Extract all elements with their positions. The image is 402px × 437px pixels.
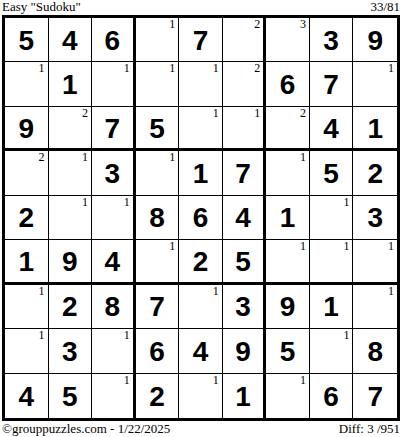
given-digit: 3 xyxy=(323,27,339,55)
sudoku-board: 5461723391111126719275112412131171522118… xyxy=(2,15,400,421)
given-digit: 1 xyxy=(367,115,383,143)
given-digit: 3 xyxy=(105,160,121,188)
pencil-mark: 1 xyxy=(169,62,175,75)
cell-r8c9[interactable]: 8 xyxy=(353,329,397,373)
cell-r4c3[interactable]: 3 xyxy=(92,151,136,195)
puzzle-title: Easy "Sudoku" xyxy=(2,0,81,14)
given-digit: 5 xyxy=(235,248,251,276)
cell-r7c3[interactable]: 8 xyxy=(92,285,136,329)
given-digit: 4 xyxy=(105,248,121,276)
pencil-mark: 2 xyxy=(82,107,88,120)
cell-r3c9[interactable]: 1 xyxy=(353,107,397,151)
pencil-mark: 1 xyxy=(343,240,349,253)
pencil-mark: 1 xyxy=(82,151,88,164)
cell-r9c4[interactable]: 2 xyxy=(136,374,180,418)
pencil-mark: 1 xyxy=(124,374,130,387)
cell-r5c6[interactable]: 4 xyxy=(223,196,267,240)
pencil-mark: 1 xyxy=(39,62,45,75)
cell-r3c8[interactable]: 4 xyxy=(310,107,354,151)
given-digit: 2 xyxy=(193,248,209,276)
cell-r2c3[interactable]: 1 xyxy=(92,62,136,106)
cell-r4c9[interactable]: 2 xyxy=(353,151,397,195)
given-digit: 7 xyxy=(105,115,121,143)
cell-r1c3[interactable]: 6 xyxy=(92,18,136,62)
cell-r8c7[interactable]: 5 xyxy=(266,329,310,373)
given-digit: 6 xyxy=(323,383,339,411)
cell-r6c9[interactable]: 1 xyxy=(353,240,397,284)
cell-r4c7[interactable]: 1 xyxy=(266,151,310,195)
cell-r3c5[interactable]: 1 xyxy=(179,107,223,151)
given-digit: 5 xyxy=(323,160,339,188)
given-digit: 4 xyxy=(323,115,339,143)
pencil-mark: 1 xyxy=(169,151,175,164)
pencil-mark: 1 xyxy=(82,196,88,209)
cell-r9c5[interactable]: 1 xyxy=(179,374,223,418)
cell-r2c8[interactable]: 7 xyxy=(310,62,354,106)
cell-r6c1[interactable]: 1 xyxy=(5,240,49,284)
given-digit: 3 xyxy=(62,338,78,366)
cell-r4c6[interactable]: 7 xyxy=(223,151,267,195)
cell-r4c8[interactable]: 5 xyxy=(310,151,354,195)
given-digit: 1 xyxy=(323,293,339,321)
cell-r1c7[interactable]: 3 xyxy=(266,18,310,62)
cell-r6c2[interactable]: 9 xyxy=(49,240,93,284)
cell-r8c4[interactable]: 6 xyxy=(136,329,180,373)
pencil-mark: 1 xyxy=(300,240,306,253)
pencil-mark: 1 xyxy=(124,329,130,342)
cell-r6c3[interactable]: 4 xyxy=(92,240,136,284)
given-digit: 1 xyxy=(280,204,296,232)
cell-r2c2[interactable]: 1 xyxy=(49,62,93,106)
cell-r3c6[interactable]: 1 xyxy=(223,107,267,151)
cell-r7c6[interactable]: 3 xyxy=(223,285,267,329)
cell-r2c5[interactable]: 1 xyxy=(179,62,223,106)
cell-r2c9[interactable]: 1 xyxy=(353,62,397,106)
cell-r1c1[interactable]: 5 xyxy=(5,18,49,62)
cell-r2c7[interactable]: 6 xyxy=(266,62,310,106)
pencil-mark: 3 xyxy=(300,18,306,31)
cell-r3c7[interactable]: 2 xyxy=(266,107,310,151)
cell-r6c8[interactable]: 1 xyxy=(310,240,354,284)
given-digit: 1 xyxy=(62,71,78,99)
given-digit: 9 xyxy=(62,248,78,276)
cell-r8c2[interactable]: 3 xyxy=(49,329,93,373)
given-digit: 1 xyxy=(18,248,34,276)
pencil-mark: 1 xyxy=(124,196,130,209)
given-digit: 7 xyxy=(323,71,339,99)
sudoku-page: Easy "Sudoku" 33/81 54617233911111267192… xyxy=(0,0,402,437)
pencil-mark: 1 xyxy=(169,18,175,31)
cell-r4c5[interactable]: 1 xyxy=(179,151,223,195)
given-digit: 1 xyxy=(235,383,251,411)
difficulty-text: Diff: 3 /951 xyxy=(339,421,400,436)
cell-r9c6[interactable]: 1 xyxy=(223,374,267,418)
given-digit: 4 xyxy=(235,204,251,232)
given-digit: 6 xyxy=(193,204,209,232)
pencil-mark: 1 xyxy=(213,107,219,120)
given-digit: 2 xyxy=(367,160,383,188)
given-digit: 2 xyxy=(18,204,34,232)
given-digit: 4 xyxy=(62,27,78,55)
given-digit: 5 xyxy=(18,27,34,55)
cell-r7c5[interactable]: 1 xyxy=(179,285,223,329)
cell-r9c1[interactable]: 4 xyxy=(5,374,49,418)
pencil-mark: 2 xyxy=(254,62,260,75)
given-digit: 4 xyxy=(18,383,34,411)
cell-r9c7[interactable]: 1 xyxy=(266,374,310,418)
cell-r1c4[interactable]: 1 xyxy=(136,18,180,62)
cell-r3c2[interactable]: 2 xyxy=(49,107,93,151)
pencil-mark: 1 xyxy=(343,196,349,209)
pencil-mark: 1 xyxy=(39,329,45,342)
given-digit: 7 xyxy=(367,383,383,411)
given-digit: 9 xyxy=(367,27,383,55)
given-digit: 8 xyxy=(105,293,121,321)
pencil-mark: 2 xyxy=(300,107,306,120)
cell-r4c4[interactable]: 1 xyxy=(136,151,180,195)
cell-r1c6[interactable]: 2 xyxy=(223,18,267,62)
pencil-mark: 1 xyxy=(388,240,394,253)
cell-r5c1[interactable]: 2 xyxy=(5,196,49,240)
given-digit: 6 xyxy=(280,71,296,99)
given-digit: 3 xyxy=(367,204,383,232)
given-digit: 5 xyxy=(149,115,165,143)
cell-r9c9[interactable]: 7 xyxy=(353,374,397,418)
given-digit: 2 xyxy=(149,383,165,411)
given-digit: 9 xyxy=(280,293,296,321)
given-digit: 7 xyxy=(149,293,165,321)
pencil-mark: 1 xyxy=(388,62,394,75)
pencil-mark: 1 xyxy=(300,374,306,387)
footer-bar: ©grouppuzzles.com - 1/22/2025 Diff: 3 /9… xyxy=(0,421,402,437)
cell-r5c7[interactable]: 1 xyxy=(266,196,310,240)
pencil-mark: 1 xyxy=(388,285,394,298)
cell-r4c1[interactable]: 2 xyxy=(5,151,49,195)
given-digit: 4 xyxy=(193,338,209,366)
cell-r9c3[interactable]: 1 xyxy=(92,374,136,418)
cell-r5c5[interactable]: 6 xyxy=(179,196,223,240)
cell-r6c5[interactable]: 2 xyxy=(179,240,223,284)
cell-r2c4[interactable]: 1 xyxy=(136,62,180,106)
cell-r3c1[interactable]: 9 xyxy=(5,107,49,151)
cell-r8c3[interactable]: 1 xyxy=(92,329,136,373)
cell-r7c7[interactable]: 9 xyxy=(266,285,310,329)
cell-r3c4[interactable]: 5 xyxy=(136,107,180,151)
cell-r4c2[interactable]: 1 xyxy=(49,151,93,195)
cell-r3c3[interactable]: 7 xyxy=(92,107,136,151)
cell-r1c2[interactable]: 4 xyxy=(49,18,93,62)
given-digit: 7 xyxy=(235,160,251,188)
given-digit: 5 xyxy=(62,383,78,411)
cell-r7c8[interactable]: 1 xyxy=(310,285,354,329)
cell-r6c4[interactable]: 1 xyxy=(136,240,180,284)
cell-r6c7[interactable]: 1 xyxy=(266,240,310,284)
cell-r5c9[interactable]: 3 xyxy=(353,196,397,240)
cell-r5c2[interactable]: 1 xyxy=(49,196,93,240)
cell-r9c8[interactable]: 6 xyxy=(310,374,354,418)
cell-r2c1[interactable]: 1 xyxy=(5,62,49,106)
header-bar: Easy "Sudoku" 33/81 xyxy=(0,0,402,15)
pencil-mark: 2 xyxy=(254,18,260,31)
pencil-mark: 1 xyxy=(39,285,45,298)
given-digit: 6 xyxy=(105,27,121,55)
cell-r5c3[interactable]: 1 xyxy=(92,196,136,240)
cell-r7c4[interactable]: 7 xyxy=(136,285,180,329)
cell-r5c4[interactable]: 8 xyxy=(136,196,180,240)
cell-r9c2[interactable]: 5 xyxy=(49,374,93,418)
given-digit: 6 xyxy=(149,338,165,366)
cell-r8c5[interactable]: 4 xyxy=(179,329,223,373)
given-digit: 8 xyxy=(367,338,383,366)
pencil-mark: 1 xyxy=(254,107,260,120)
cell-r5c8[interactable]: 1 xyxy=(310,196,354,240)
puzzle-counter: 33/81 xyxy=(370,0,400,14)
cell-r8c6[interactable]: 9 xyxy=(223,329,267,373)
cell-r1c8[interactable]: 3 xyxy=(310,18,354,62)
given-digit: 7 xyxy=(193,27,209,55)
pencil-mark: 1 xyxy=(124,62,130,75)
cell-r2c6[interactable]: 2 xyxy=(223,62,267,106)
cell-r8c8[interactable]: 1 xyxy=(310,329,354,373)
cell-r7c1[interactable]: 1 xyxy=(5,285,49,329)
given-digit: 2 xyxy=(62,293,78,321)
given-digit: 8 xyxy=(149,204,165,232)
given-digit: 1 xyxy=(193,160,209,188)
pencil-mark: 1 xyxy=(169,240,175,253)
given-digit: 3 xyxy=(235,293,251,321)
cell-r6c6[interactable]: 5 xyxy=(223,240,267,284)
pencil-mark: 1 xyxy=(213,374,219,387)
cell-r8c1[interactable]: 1 xyxy=(5,329,49,373)
cell-r1c9[interactable]: 9 xyxy=(353,18,397,62)
given-digit: 5 xyxy=(280,338,296,366)
pencil-mark: 1 xyxy=(213,285,219,298)
cell-r7c9[interactable]: 1 xyxy=(353,285,397,329)
copyright-text: ©grouppuzzles.com - 1/22/2025 xyxy=(2,421,170,436)
given-digit: 9 xyxy=(235,338,251,366)
cell-r7c2[interactable]: 2 xyxy=(49,285,93,329)
pencil-mark: 1 xyxy=(213,62,219,75)
pencil-mark: 2 xyxy=(39,151,45,164)
pencil-mark: 1 xyxy=(343,329,349,342)
given-digit: 9 xyxy=(18,115,34,143)
cell-r1c5[interactable]: 7 xyxy=(179,18,223,62)
pencil-mark: 1 xyxy=(300,151,306,164)
